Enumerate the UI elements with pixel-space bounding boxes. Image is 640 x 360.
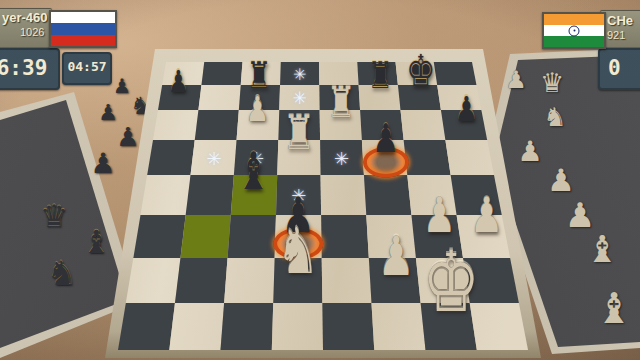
- player-left-name: yer-460: [2, 10, 48, 25]
- captured-piece-black-b: ♝: [82, 226, 111, 258]
- captured-piece-white-p: ♟: [565, 198, 595, 232]
- piece-black-rook-f7[interactable]: ♜: [368, 58, 393, 95]
- piece-black-bishop-c4[interactable]: ♝: [236, 145, 271, 196]
- captured-piece-black-q: ♛: [40, 201, 68, 232]
- russia-flag: [49, 10, 117, 48]
- piece-white-pawn-c6[interactable]: ♟: [246, 91, 269, 125]
- piece-white-rook-e6[interactable]: ♜: [327, 82, 356, 124]
- piece-white-pawn-f2[interactable]: ♟: [378, 230, 415, 284]
- piece-black-pawn-a7[interactable]: ♟: [168, 66, 189, 96]
- ashoka-chakra-icon: [569, 25, 580, 36]
- player-left-clock-main: 6:39: [0, 48, 60, 90]
- captured-piece-black-p: ♟: [98, 102, 118, 124]
- player-left-clock-move: 04:57: [62, 52, 112, 85]
- captured-piece-white-b: ♝: [595, 288, 633, 330]
- captured-piece-white-p: ♟: [547, 165, 575, 196]
- game-screen: ♟♞♟♟♟♛♝♞♟♛♞♟♟♟♝♝ ✳✳✳✳✳✳✳♟♜♜♚♟♜♟♜♟♝♟♟♟♞♟♚…: [0, 0, 640, 360]
- captured-piece-white-b: ♝: [585, 231, 618, 268]
- india-flag: [542, 12, 606, 49]
- captured-piece-black-p: ♟: [113, 76, 131, 96]
- player-right-clock-main: 0: [598, 48, 640, 90]
- piece-white-knight-d2[interactable]: ♞: [276, 218, 319, 281]
- piece-black-pawn-h6[interactable]: ♟: [455, 91, 478, 125]
- player-left-rating: 1026: [20, 26, 44, 38]
- piece-white-king-g1[interactable]: ♚: [422, 239, 479, 323]
- captured-piece-black-p: ♟: [90, 150, 115, 178]
- captured-piece-white-q: ♛: [540, 69, 564, 96]
- player-right-name: CHe: [607, 13, 633, 28]
- captured-piece-white-p: ♟: [517, 138, 542, 166]
- captured-piece-black-n: ♞: [47, 256, 77, 290]
- piece-black-pawn-f5[interactable]: ♟: [372, 120, 399, 160]
- captured-piece-black-p: ♟: [116, 124, 139, 150]
- piece-white-rook-d5[interactable]: ♜: [283, 110, 315, 158]
- player-right-rating: 921: [607, 29, 625, 41]
- piece-black-king-g7[interactable]: ♚: [406, 50, 436, 94]
- captured-piece-white-n: ♞: [543, 104, 566, 130]
- captured-piece-white-p: ♟: [505, 68, 527, 92]
